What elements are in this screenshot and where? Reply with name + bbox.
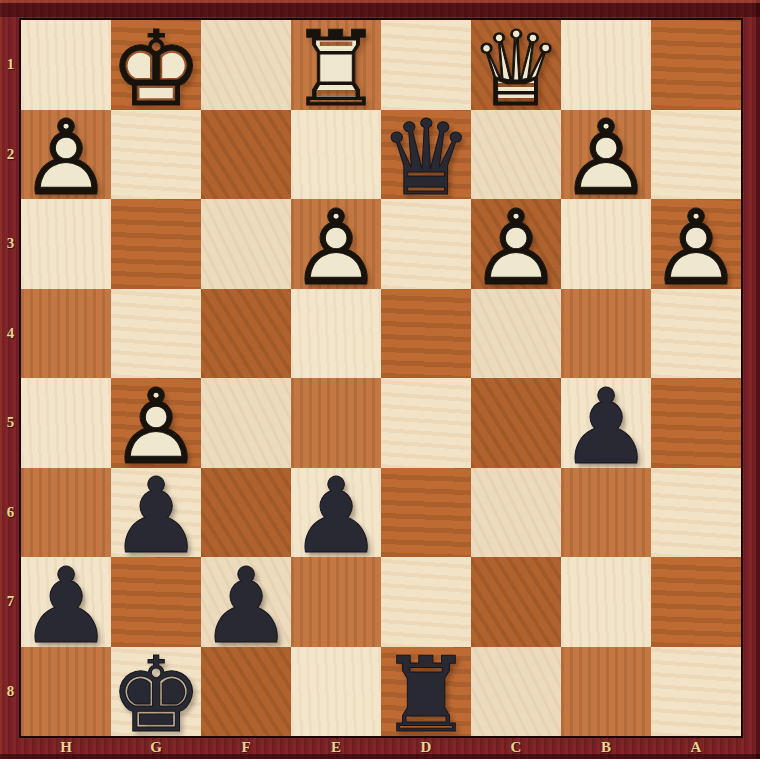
square-b2[interactable]: ♟♙ bbox=[561, 110, 651, 200]
file-label-h: H bbox=[60, 739, 72, 756]
square-c2[interactable] bbox=[471, 110, 561, 200]
square-g7[interactable] bbox=[111, 557, 201, 647]
rank-label-5: 5 bbox=[7, 414, 15, 431]
white-pawn-glyph: ♟ bbox=[289, 196, 382, 300]
white-pawn-outline-glyph: ♙ bbox=[289, 196, 382, 300]
square-g3[interactable] bbox=[111, 199, 201, 289]
piece-black-rook-d8[interactable]: ♜ bbox=[381, 647, 471, 737]
square-d4[interactable] bbox=[381, 289, 471, 379]
piece-white-pawn-c3[interactable]: ♟♙ bbox=[471, 199, 561, 289]
file-label-f: F bbox=[241, 739, 250, 756]
white-pawn-outline-glyph: ♙ bbox=[559, 106, 652, 210]
square-g8[interactable]: ♚ bbox=[111, 647, 201, 737]
piece-white-pawn-e3[interactable]: ♟♙ bbox=[291, 199, 381, 289]
square-d8[interactable]: ♜ bbox=[381, 647, 471, 737]
square-b4[interactable] bbox=[561, 289, 651, 379]
square-e1[interactable]: ♜♖ bbox=[291, 20, 381, 110]
piece-black-pawn-f7[interactable]: ♟ bbox=[201, 557, 291, 647]
chess-diagram: ♚♔♜♖♛♕♟♙♛♟♙♟♙♟♙♟♙♟♙♟♟♟♟♟♚♜ 12345678 HGFE… bbox=[0, 0, 760, 759]
white-pawn-glyph: ♟ bbox=[469, 196, 562, 300]
square-a8[interactable] bbox=[651, 647, 741, 737]
white-pawn-outline-glyph: ♙ bbox=[649, 196, 742, 300]
square-h8[interactable] bbox=[21, 647, 111, 737]
black-pawn-glyph: ♟ bbox=[289, 464, 382, 568]
piece-white-pawn-a3[interactable]: ♟♙ bbox=[651, 199, 741, 289]
file-labels: HGFEDCBA bbox=[21, 736, 741, 759]
rank-label-4: 4 bbox=[7, 325, 15, 342]
square-e8[interactable] bbox=[291, 647, 381, 737]
rank-label-2: 2 bbox=[7, 146, 15, 163]
black-pawn-glyph: ♟ bbox=[559, 375, 652, 479]
file-label-c: C bbox=[511, 739, 522, 756]
piece-white-pawn-b2[interactable]: ♟♙ bbox=[561, 110, 651, 200]
square-e3[interactable]: ♟♙ bbox=[291, 199, 381, 289]
white-queen-glyph: ♛ bbox=[469, 17, 562, 121]
white-pawn-glyph: ♟ bbox=[559, 106, 652, 210]
white-pawn-glyph: ♟ bbox=[19, 106, 112, 210]
piece-white-rook-e1[interactable]: ♜♖ bbox=[291, 20, 381, 110]
square-a5[interactable] bbox=[651, 378, 741, 468]
white-king-outline-glyph: ♔ bbox=[109, 17, 202, 121]
white-pawn-outline-glyph: ♙ bbox=[19, 106, 112, 210]
square-d1[interactable] bbox=[381, 20, 471, 110]
square-b6[interactable] bbox=[561, 468, 651, 558]
square-f6[interactable] bbox=[201, 468, 291, 558]
square-d6[interactable] bbox=[381, 468, 471, 558]
square-c6[interactable] bbox=[471, 468, 561, 558]
white-king-glyph: ♚ bbox=[109, 17, 202, 121]
square-d7[interactable] bbox=[381, 557, 471, 647]
square-d2[interactable]: ♛ bbox=[381, 110, 471, 200]
square-c8[interactable] bbox=[471, 647, 561, 737]
square-f8[interactable] bbox=[201, 647, 291, 737]
file-label-d: D bbox=[421, 739, 432, 756]
black-pawn-glyph: ♟ bbox=[199, 554, 292, 658]
square-a4[interactable] bbox=[651, 289, 741, 379]
square-e4[interactable] bbox=[291, 289, 381, 379]
square-a6[interactable] bbox=[651, 468, 741, 558]
black-pawn-glyph: ♟ bbox=[19, 554, 112, 658]
file-label-g: G bbox=[150, 739, 162, 756]
square-e2[interactable] bbox=[291, 110, 381, 200]
file-label-e: E bbox=[331, 739, 341, 756]
square-f2[interactable] bbox=[201, 110, 291, 200]
square-a7[interactable] bbox=[651, 557, 741, 647]
black-king-glyph: ♚ bbox=[109, 643, 202, 747]
square-c4[interactable] bbox=[471, 289, 561, 379]
square-b5[interactable]: ♟ bbox=[561, 378, 651, 468]
square-a3[interactable]: ♟♙ bbox=[651, 199, 741, 289]
square-g2[interactable] bbox=[111, 110, 201, 200]
square-h2[interactable]: ♟♙ bbox=[21, 110, 111, 200]
piece-white-pawn-g5[interactable]: ♟♙ bbox=[111, 378, 201, 468]
rank-labels: 12345678 bbox=[0, 20, 21, 736]
square-h3[interactable] bbox=[21, 199, 111, 289]
square-a1[interactable] bbox=[651, 20, 741, 110]
square-g5[interactable]: ♟♙ bbox=[111, 378, 201, 468]
square-c1[interactable]: ♛♕ bbox=[471, 20, 561, 110]
white-rook-glyph: ♜ bbox=[289, 17, 382, 121]
square-h6[interactable] bbox=[21, 468, 111, 558]
square-b3[interactable] bbox=[561, 199, 651, 289]
file-label-a: A bbox=[691, 739, 702, 756]
file-label-b: B bbox=[601, 739, 611, 756]
square-c3[interactable]: ♟♙ bbox=[471, 199, 561, 289]
rank-label-7: 7 bbox=[7, 593, 15, 610]
square-h1[interactable] bbox=[21, 20, 111, 110]
rank-label-1: 1 bbox=[7, 56, 15, 73]
piece-white-king-g1[interactable]: ♚♔ bbox=[111, 20, 201, 110]
piece-white-queen-c1[interactable]: ♛♕ bbox=[471, 20, 561, 110]
white-rook-outline-glyph: ♖ bbox=[289, 17, 382, 121]
white-pawn-glyph: ♟ bbox=[109, 375, 202, 479]
square-a2[interactable] bbox=[651, 110, 741, 200]
piece-black-pawn-b5[interactable]: ♟ bbox=[561, 378, 651, 468]
square-g4[interactable] bbox=[111, 289, 201, 379]
square-f5[interactable] bbox=[201, 378, 291, 468]
piece-black-pawn-e6[interactable]: ♟ bbox=[291, 468, 381, 558]
square-d5[interactable] bbox=[381, 378, 471, 468]
white-pawn-glyph: ♟ bbox=[649, 196, 742, 300]
white-pawn-outline-glyph: ♙ bbox=[109, 375, 202, 479]
square-h7[interactable]: ♟ bbox=[21, 557, 111, 647]
square-g6[interactable]: ♟ bbox=[111, 468, 201, 558]
white-queen-outline-glyph: ♕ bbox=[469, 17, 562, 121]
rank-label-8: 8 bbox=[7, 683, 15, 700]
square-e7[interactable] bbox=[291, 557, 381, 647]
square-g1[interactable]: ♚♔ bbox=[111, 20, 201, 110]
black-pawn-glyph: ♟ bbox=[109, 464, 202, 568]
square-d3[interactable] bbox=[381, 199, 471, 289]
black-queen-glyph: ♛ bbox=[379, 106, 472, 210]
rank-label-3: 3 bbox=[7, 235, 15, 252]
square-b8[interactable] bbox=[561, 647, 651, 737]
square-e6[interactable]: ♟ bbox=[291, 468, 381, 558]
square-b7[interactable] bbox=[561, 557, 651, 647]
board-grid: ♚♔♜♖♛♕♟♙♛♟♙♟♙♟♙♟♙♟♙♟♟♟♟♟♚♜ bbox=[21, 20, 741, 736]
square-f3[interactable] bbox=[201, 199, 291, 289]
rank-label-6: 6 bbox=[7, 504, 15, 521]
square-c7[interactable] bbox=[471, 557, 561, 647]
square-h5[interactable] bbox=[21, 378, 111, 468]
piece-black-pawn-g6[interactable]: ♟ bbox=[111, 468, 201, 558]
square-h4[interactable] bbox=[21, 289, 111, 379]
white-pawn-outline-glyph: ♙ bbox=[469, 196, 562, 300]
square-f7[interactable]: ♟ bbox=[201, 557, 291, 647]
piece-white-pawn-h2[interactable]: ♟♙ bbox=[21, 110, 111, 200]
piece-black-king-g8[interactable]: ♚ bbox=[111, 647, 201, 737]
square-e5[interactable] bbox=[291, 378, 381, 468]
square-f4[interactable] bbox=[201, 289, 291, 379]
black-rook-glyph: ♜ bbox=[379, 643, 472, 747]
square-f1[interactable] bbox=[201, 20, 291, 110]
square-c5[interactable] bbox=[471, 378, 561, 468]
piece-black-pawn-h7[interactable]: ♟ bbox=[21, 557, 111, 647]
square-b1[interactable] bbox=[561, 20, 651, 110]
piece-black-queen-d2[interactable]: ♛ bbox=[381, 110, 471, 200]
